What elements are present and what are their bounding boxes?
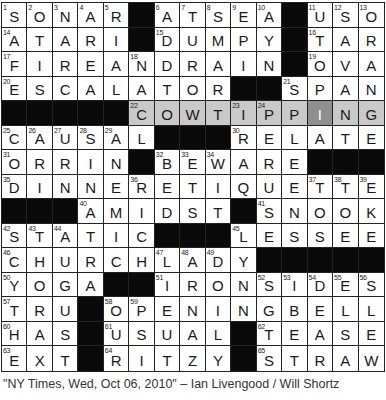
cell-r14c8[interactable]: A (180, 322, 205, 347)
cell-letter: Y (264, 33, 274, 51)
cell-letter: V (340, 58, 350, 76)
cell-letter: C (60, 82, 71, 100)
cell-r7c4[interactable]: I (78, 150, 103, 175)
cell-letter: E (9, 353, 19, 371)
cell-letter: S (289, 229, 299, 247)
cell-r10c14[interactable]: E (333, 224, 358, 249)
cell-r7c3[interactable]: R (53, 150, 78, 175)
cell-r12c8[interactable]: R (180, 273, 205, 298)
cell-r9c9[interactable]: T (206, 199, 231, 224)
cell-r13c6[interactable]: 59P (129, 297, 154, 322)
black-cell (231, 346, 256, 371)
cell-r13c14[interactable]: L (333, 297, 358, 322)
black-cell (155, 224, 180, 249)
cell-letter: W (185, 107, 199, 125)
cell-r15c2[interactable]: X (27, 346, 52, 371)
cell-r6c6[interactable]: L (129, 126, 154, 151)
cell-r11c7[interactable]: 47L (155, 248, 180, 273)
cell-r9c13[interactable]: O (308, 199, 333, 224)
cell-letter: A (315, 131, 325, 149)
cell-letter: R (34, 156, 45, 174)
clue-number: 55 (334, 273, 341, 282)
cell-r10c15[interactable]: E (359, 224, 384, 249)
cell-r14c2[interactable]: A (27, 322, 52, 347)
cell-r8c6[interactable]: 36R (129, 175, 154, 200)
black-cell (104, 273, 129, 298)
black-cell (282, 28, 307, 53)
cell-r13c9[interactable]: I (206, 297, 231, 322)
cell-r7c1[interactable]: 31O (2, 150, 27, 175)
cell-r4c3[interactable]: C (53, 77, 78, 102)
cell-letter: U (162, 327, 173, 345)
cell-r3c2[interactable]: I (27, 52, 52, 77)
clue-number: 22 (130, 101, 137, 110)
clue-number: 19 (309, 52, 316, 61)
cell-r8c3[interactable]: N (53, 175, 78, 200)
cell-r6c15[interactable]: E (359, 126, 384, 151)
cell-r7c12[interactable]: E (282, 150, 307, 175)
cell-r6c10[interactable]: 30R (231, 126, 256, 151)
cell-r1c13[interactable]: 11U (308, 3, 333, 28)
clue-number: 23 (232, 101, 239, 110)
cell-r5c7[interactable]: O (155, 101, 180, 126)
cell-r3c5[interactable]: A (104, 52, 129, 77)
cell-r10c11[interactable]: E (257, 224, 282, 249)
cell-r7c11[interactable]: R (257, 150, 282, 175)
cell-letter: S (340, 327, 350, 345)
cell-r2c3[interactable]: A (53, 28, 78, 53)
cell-r14c1[interactable]: 60H (2, 322, 27, 347)
clue-number: 65 (258, 346, 265, 355)
cell-r3c7[interactable]: D (155, 52, 180, 77)
cell-r8c14[interactable]: 38T (333, 175, 358, 200)
cell-r12c2[interactable]: O (27, 273, 52, 298)
cell-r4c2[interactable]: S (27, 77, 52, 102)
cell-r10c1[interactable]: 42S (2, 224, 27, 249)
cell-r14c15[interactable]: E (359, 322, 384, 347)
clue-number: 44 (54, 224, 61, 233)
cell-letter: A (35, 327, 45, 345)
black-cell (333, 248, 358, 273)
cell-letter: N (340, 107, 351, 125)
cell-r8c15[interactable]: 39E (359, 175, 384, 200)
cell-r12c12[interactable]: 53I (282, 273, 307, 298)
cell-r8c8[interactable]: T (180, 175, 205, 200)
cell-r14c7[interactable]: U (155, 322, 180, 347)
cell-r14c6[interactable]: S (129, 322, 154, 347)
cell-r9c12[interactable]: N (282, 199, 307, 224)
clue-number: 56 (360, 273, 367, 282)
cell-r4c1[interactable]: 20E (2, 77, 27, 102)
cell-r1c2[interactable]: 2O (27, 3, 52, 28)
black-cell (180, 224, 205, 249)
cell-letter: U (60, 303, 71, 321)
clue-number: 4 (79, 3, 83, 12)
cell-r15c6[interactable]: I (129, 346, 154, 371)
cell-letter: C (9, 131, 20, 149)
cell-r3c4[interactable]: E (78, 52, 103, 77)
cell-r2c13[interactable]: 16T (308, 28, 333, 53)
cell-r14c5[interactable]: 61U (104, 322, 129, 347)
cell-r8c7[interactable]: E (155, 175, 180, 200)
cell-letter: L (137, 131, 145, 149)
cell-r13c8[interactable]: N (180, 297, 205, 322)
cell-r3c11[interactable]: N (257, 52, 282, 77)
cell-r9c6[interactable]: I (129, 199, 154, 224)
cell-r9c5[interactable]: M (104, 199, 129, 224)
cell-r5c9[interactable]: T (206, 101, 231, 126)
cell-r13c12[interactable]: B (282, 297, 307, 322)
cell-letter: S (9, 229, 19, 247)
clue-number: 2 (28, 3, 32, 12)
clue-number: 62 (258, 322, 265, 331)
cell-r12c11[interactable]: 52S (257, 273, 282, 298)
cell-letter: A (86, 9, 96, 27)
cell-letter: T (61, 353, 70, 371)
cell-letter: Y (213, 353, 223, 371)
cell-r15c9[interactable]: Y (206, 346, 231, 371)
cell-r3c14[interactable]: V (333, 52, 358, 77)
cell-r8c4[interactable]: N (78, 175, 103, 200)
cell-r10c13[interactable]: S (308, 224, 333, 249)
cell-r4c4[interactable]: A (78, 77, 103, 102)
cell-r13c7[interactable]: E (155, 297, 180, 322)
cell-r11c3[interactable]: U (53, 248, 78, 273)
cell-r15c3[interactable]: T (53, 346, 78, 371)
cell-r3c8[interactable]: R (180, 52, 205, 77)
cell-letter: E (162, 303, 172, 321)
cell-r12c1[interactable]: 50Y (2, 273, 27, 298)
cell-r4c6[interactable]: A (129, 77, 154, 102)
cell-r6c1[interactable]: 25C (2, 126, 27, 151)
cell-r15c7[interactable]: T (155, 346, 180, 371)
cell-letter: T (315, 180, 324, 198)
cell-r7c2[interactable]: R (27, 150, 52, 175)
cell-letter: T (10, 303, 19, 321)
black-cell (2, 101, 27, 126)
cell-r12c14[interactable]: 55E (333, 273, 358, 298)
cell-r7c8[interactable]: 33E (180, 150, 205, 175)
cell-r9c11[interactable]: 41S (257, 199, 282, 224)
clue-number: 35 (3, 175, 10, 184)
cell-r2c14[interactable]: A (333, 28, 358, 53)
cell-r8c1[interactable]: 35D (2, 175, 27, 200)
cell-letter: A (60, 33, 70, 51)
cell-r9c7[interactable]: D (155, 199, 180, 224)
cell-r4c15[interactable]: N (359, 77, 384, 102)
cell-r11c4[interactable]: R (78, 248, 103, 273)
black-cell (129, 150, 154, 175)
cell-r6c12[interactable]: L (282, 126, 307, 151)
cell-r1c1[interactable]: 1S (2, 3, 27, 28)
puzzle-caption: "NY Times, Wed, Oct 06, 2010" – Ian Live… (3, 377, 383, 391)
cell-r7c10[interactable]: A (231, 150, 256, 175)
clue-number: 47 (156, 248, 163, 257)
cell-letter: S (60, 327, 70, 345)
cell-r11c10[interactable]: Y (231, 248, 256, 273)
cell-r3c6[interactable]: 18N (129, 52, 154, 77)
cell-r8c11[interactable]: U (257, 175, 282, 200)
cell-r12c7[interactable]: 51I (155, 273, 180, 298)
cell-r13c1[interactable]: 57T (2, 297, 27, 322)
cell-r13c3[interactable]: U (53, 297, 78, 322)
cell-r10c10[interactable]: 45L (231, 224, 256, 249)
cell-r1c14[interactable]: 12S (333, 3, 358, 28)
cell-r3c1[interactable]: 17F (2, 52, 27, 77)
cell-r10c2[interactable]: 43T (27, 224, 52, 249)
cell-letter: E (9, 82, 19, 100)
cell-letter: G (263, 303, 275, 321)
clue-number: 54 (309, 273, 316, 282)
cell-letter: E (238, 9, 248, 27)
cell-r4c12[interactable]: 21S (282, 77, 307, 102)
cell-r14c14[interactable]: S (333, 322, 358, 347)
cell-r2c9[interactable]: M (206, 28, 231, 53)
cell-letter: W (364, 353, 378, 371)
cell-letter: T (264, 327, 273, 345)
clue-number: 37 (309, 175, 316, 184)
cell-letter: S (264, 205, 274, 223)
cell-letter: S (137, 327, 147, 345)
cell-r6c2[interactable]: 26A (27, 126, 52, 151)
cell-letter: T (162, 353, 171, 371)
cell-r14c13[interactable]: A (308, 322, 333, 347)
cell-r12c9[interactable]: O (206, 273, 231, 298)
cell-r4c7[interactable]: T (155, 77, 180, 102)
cell-letter: T (188, 9, 197, 27)
cell-r5c11[interactable]: 24P (257, 101, 282, 126)
cell-letter: E (289, 327, 299, 345)
cell-r14c12[interactable]: E (282, 322, 307, 347)
cell-letter: A (340, 33, 350, 51)
cell-r10c12[interactable]: S (282, 224, 307, 249)
cell-r2c1[interactable]: 14A (2, 28, 27, 53)
cell-r3c13[interactable]: 19O (308, 52, 333, 77)
cell-letter: R (213, 82, 224, 100)
cell-r1c5[interactable]: 5R (104, 3, 129, 28)
cell-r14c11[interactable]: 62T (257, 322, 282, 347)
cell-r11c5[interactable]: C (104, 248, 129, 273)
cell-r1c10[interactable]: 9E (231, 3, 256, 28)
clue-number: 41 (258, 199, 265, 208)
cell-r1c7[interactable]: 6A (155, 3, 180, 28)
cell-letter: A (187, 327, 197, 345)
cell-letter: S (340, 9, 350, 27)
cell-r11c6[interactable]: H (129, 248, 154, 273)
cell-r15c1[interactable]: 63E (2, 346, 27, 371)
clue-number: 59 (130, 297, 137, 306)
cell-letter: R (263, 156, 274, 174)
cell-r5c8[interactable]: W (180, 101, 205, 126)
cell-r8c13[interactable]: 37T (308, 175, 333, 200)
cell-r8c9[interactable]: I (206, 175, 231, 200)
cell-r15c13[interactable]: R (308, 346, 333, 371)
cell-r6c5[interactable]: 29A (104, 126, 129, 151)
clue-number: 64 (105, 346, 112, 355)
cell-r8c12[interactable]: E (282, 175, 307, 200)
cell-letter: U (60, 131, 71, 149)
clue-number: 30 (232, 126, 239, 135)
cell-r12c15[interactable]: 56S (359, 273, 384, 298)
cell-letter: E (366, 131, 376, 149)
cell-r4c5[interactable]: L (104, 77, 129, 102)
cell-r3c3[interactable]: R (53, 52, 78, 77)
cell-letter: E (289, 180, 299, 198)
cell-r10c4[interactable]: T (78, 224, 103, 249)
cell-r9c4[interactable]: 40A (78, 199, 103, 224)
cell-r13c2[interactable]: R (27, 297, 52, 322)
cell-r5c15[interactable]: G (359, 101, 384, 126)
cell-letter: O (314, 205, 326, 223)
cell-letter: S (35, 82, 45, 100)
cell-r12c13[interactable]: 54D (308, 273, 333, 298)
cell-r8c10[interactable]: Q (231, 175, 256, 200)
clue-number: 1 (3, 3, 7, 12)
black-cell (27, 101, 52, 126)
cell-letter: A (9, 33, 19, 51)
cell-letter: I (216, 303, 220, 321)
cell-letter: E (264, 229, 274, 247)
cell-r6c13[interactable]: A (308, 126, 333, 151)
cell-r15c12[interactable]: T (282, 346, 307, 371)
cell-r12c10[interactable]: N (231, 273, 256, 298)
cell-r8c2[interactable]: I (27, 175, 52, 200)
cell-r14c3[interactable]: S (53, 322, 78, 347)
cell-r1c4[interactable]: 4A (78, 3, 103, 28)
clue-number: 39 (360, 175, 367, 184)
cell-r13c5[interactable]: 58O (104, 297, 129, 322)
cell-letter: H (136, 254, 147, 272)
clue-number: 27 (54, 126, 61, 135)
clue-number: 13 (360, 3, 367, 12)
cell-letter: B (289, 303, 299, 321)
cell-r4c13[interactable]: P (308, 77, 333, 102)
cell-r6c11[interactable]: E (257, 126, 282, 151)
cell-r10c6[interactable]: C (129, 224, 154, 249)
cell-letter: C (9, 254, 20, 272)
cell-r13c15[interactable]: L (359, 297, 384, 322)
cell-r4c14[interactable]: A (333, 77, 358, 102)
cell-r5c14[interactable]: N (333, 101, 358, 126)
cell-r10c5[interactable]: I (104, 224, 129, 249)
clue-number: 61 (105, 322, 112, 331)
cell-letter: Z (188, 353, 197, 371)
cell-r1c15[interactable]: 13O (359, 3, 384, 28)
cell-r6c3[interactable]: 27U (53, 126, 78, 151)
cell-r5c10[interactable]: 23I (231, 101, 256, 126)
clue-number: 34 (207, 150, 214, 159)
cell-r15c11[interactable]: 65S (257, 346, 282, 371)
clue-number: 11 (309, 3, 316, 12)
cell-r2c5[interactable]: I (104, 28, 129, 53)
clue-number: 21 (283, 77, 290, 86)
cell-r13c10[interactable]: N (231, 297, 256, 322)
cell-r2c11[interactable]: Y (257, 28, 282, 53)
cell-r2c2[interactable]: T (27, 28, 52, 53)
cell-r7c7[interactable]: 32B (155, 150, 180, 175)
cell-r13c11[interactable]: G (257, 297, 282, 322)
cell-letter: A (315, 327, 325, 345)
clue-number: 45 (232, 224, 239, 233)
cell-letter: D (162, 205, 173, 223)
cell-r11c2[interactable]: H (27, 248, 52, 273)
black-cell (231, 199, 256, 224)
cell-r2c8[interactable]: U (180, 28, 205, 53)
cell-r11c8[interactable]: 48A (180, 248, 205, 273)
cell-r9c15[interactable]: K (359, 199, 384, 224)
cell-letter: A (86, 82, 96, 100)
cell-letter: I (216, 180, 220, 198)
cell-r15c5[interactable]: 64R (104, 346, 129, 371)
cell-r1c11[interactable]: 10A (257, 3, 282, 28)
cell-r12c4[interactable]: A (78, 273, 103, 298)
cell-letter: L (290, 131, 298, 149)
cell-letter: C (136, 107, 147, 125)
cell-letter: T (162, 82, 171, 100)
cell-r8c5[interactable]: E (104, 175, 129, 200)
cell-r7c9[interactable]: 34W (206, 150, 231, 175)
clue-number: 12 (334, 3, 341, 12)
cell-r9c8[interactable]: S (180, 199, 205, 224)
black-cell (104, 101, 129, 126)
cell-letter: C (111, 254, 122, 272)
clue-number: 31 (3, 150, 10, 159)
cell-letter: R (111, 9, 122, 27)
cell-r5c13[interactable]: I (308, 101, 333, 126)
cell-r2c7[interactable]: 15D (155, 28, 180, 53)
cell-r4c8[interactable]: O (180, 77, 205, 102)
cell-letter: X (35, 353, 45, 371)
cell-r4c9[interactable]: R (206, 77, 231, 102)
cell-r15c8[interactable]: Z (180, 346, 205, 371)
clue-number: 60 (3, 322, 10, 331)
cell-r14c9[interactable]: L (206, 322, 231, 347)
cell-r2c15[interactable]: R (359, 28, 384, 53)
clue-number: 43 (28, 224, 35, 233)
cell-r1c3[interactable]: 3N (53, 3, 78, 28)
cell-r11c9[interactable]: 49D (206, 248, 231, 273)
cell-r9c14[interactable]: O (333, 199, 358, 224)
cell-r11c1[interactable]: 46C (2, 248, 27, 273)
cell-r1c8[interactable]: 7T (180, 3, 205, 28)
cell-r15c14[interactable]: A (333, 346, 358, 371)
cell-r1c9[interactable]: 8S (206, 3, 231, 28)
cell-r3c15[interactable]: A (359, 52, 384, 77)
clue-number: 15 (156, 28, 163, 37)
cell-r15c15[interactable]: W (359, 346, 384, 371)
cell-r3c10[interactable]: I (231, 52, 256, 77)
cell-r5c12[interactable]: P (282, 101, 307, 126)
cell-letter: S (86, 131, 96, 149)
cell-letter: R (60, 156, 71, 174)
cell-r6c14[interactable]: T (333, 126, 358, 151)
cell-letter: U (314, 9, 325, 27)
clue-number: 14 (3, 28, 10, 37)
cell-r12c3[interactable]: G (53, 273, 78, 298)
cell-r5c6[interactable]: 22C (129, 101, 154, 126)
cell-letter: N (60, 9, 71, 27)
cell-r3c9[interactable]: A (206, 52, 231, 77)
cell-r10c3[interactable]: 44A (53, 224, 78, 249)
cell-r13c13[interactable]: E (308, 297, 333, 322)
cell-r6c4[interactable]: 28S (78, 126, 103, 151)
cell-r2c4[interactable]: R (78, 28, 103, 53)
cell-letter: I (38, 180, 42, 198)
cell-r7c5[interactable]: N (104, 150, 129, 175)
crossword-grid: 1S2O3N4A5R6A7T8S9E10A11U12S13O14ATARI15D… (1, 2, 385, 372)
cell-r2c10[interactable]: P (231, 28, 256, 53)
clue-number: 51 (156, 273, 163, 282)
